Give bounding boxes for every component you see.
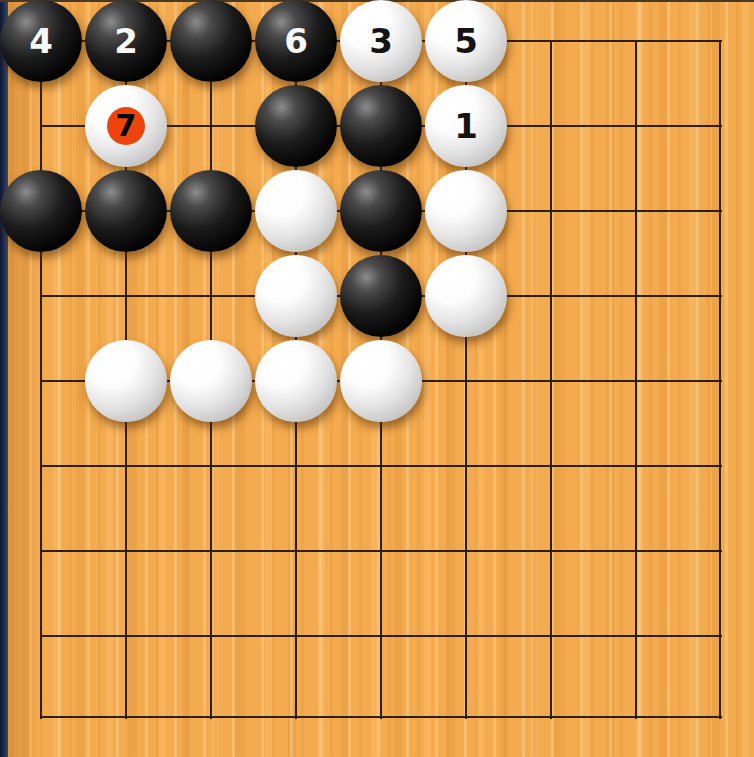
stone-white-move-3: 3 [340, 0, 422, 82]
board-left-edge [0, 0, 8, 757]
stone-white [170, 340, 252, 422]
stone-black [340, 170, 422, 252]
stone-black [85, 170, 167, 252]
stone-black-move-2: 2 [85, 0, 167, 82]
stone-black-move-4: 4 [0, 0, 82, 82]
grid-vline-9 [719, 40, 721, 719]
stone-black [170, 0, 252, 82]
stone-black [340, 85, 422, 167]
stone-white-move-7: 7 [85, 85, 167, 167]
move-number: 3 [369, 24, 393, 58]
stone-white [425, 255, 507, 337]
board-left-shade [8, 0, 40, 757]
move-number: 6 [284, 24, 308, 58]
move-number: 4 [29, 24, 53, 58]
move-number: 2 [114, 24, 138, 58]
stone-black-move-6: 6 [255, 0, 337, 82]
stone-white [425, 170, 507, 252]
stone-black [340, 255, 422, 337]
move-number: 5 [454, 24, 478, 58]
grid-vline-7 [550, 40, 552, 719]
stone-white [340, 340, 422, 422]
move-number: 7 [116, 111, 137, 141]
stone-black [255, 85, 337, 167]
stone-white [255, 170, 337, 252]
stone-white [85, 340, 167, 422]
stone-white [255, 255, 337, 337]
grid-vline-8 [635, 40, 637, 719]
last-move-marker: 7 [107, 107, 145, 145]
grid-vline-1 [40, 40, 42, 719]
stone-white [255, 340, 337, 422]
stone-black [170, 170, 252, 252]
go-board-scene: 4263571 [0, 0, 754, 757]
stone-white-move-1: 1 [425, 85, 507, 167]
stone-white-move-5: 5 [425, 0, 507, 82]
stone-black [0, 170, 82, 252]
move-number: 1 [454, 109, 478, 143]
